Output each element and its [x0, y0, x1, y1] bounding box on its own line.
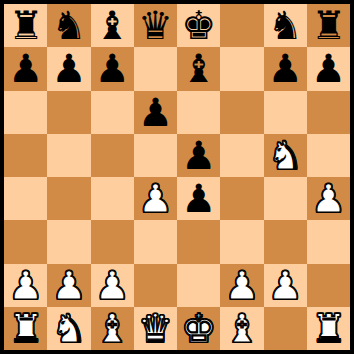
piece-black-bishop: ♝ [95, 4, 130, 47]
square-d4[interactable]: ♟ [134, 177, 177, 220]
piece-white-rook: ♜ [311, 307, 346, 350]
square-e4[interactable]: ♟ [177, 177, 220, 220]
piece-white-pawn: ♟ [138, 177, 173, 220]
square-h6[interactable] [307, 91, 350, 134]
square-e6[interactable] [177, 91, 220, 134]
square-a3[interactable] [4, 220, 47, 263]
square-b6[interactable] [47, 91, 90, 134]
square-c6[interactable] [91, 91, 134, 134]
square-g2[interactable]: ♟ [264, 264, 307, 307]
square-f7[interactable] [220, 47, 263, 90]
piece-white-pawn: ♟ [311, 177, 346, 220]
square-c4[interactable] [91, 177, 134, 220]
square-f4[interactable] [220, 177, 263, 220]
piece-black-pawn: ♟ [51, 47, 86, 90]
square-d5[interactable] [134, 134, 177, 177]
piece-black-pawn: ♟ [181, 134, 216, 177]
square-f5[interactable] [220, 134, 263, 177]
square-c3[interactable] [91, 220, 134, 263]
square-g8[interactable]: ♞ [264, 4, 307, 47]
piece-black-bishop: ♝ [181, 47, 216, 90]
square-g1[interactable] [264, 307, 307, 350]
piece-black-pawn: ♟ [95, 47, 130, 90]
piece-white-pawn: ♟ [268, 264, 303, 307]
square-e5[interactable]: ♟ [177, 134, 220, 177]
square-f2[interactable]: ♟ [220, 264, 263, 307]
square-b3[interactable] [47, 220, 90, 263]
piece-white-pawn: ♟ [95, 264, 130, 307]
square-b1[interactable]: ♞ [47, 307, 90, 350]
square-a1[interactable]: ♜ [4, 307, 47, 350]
square-b8[interactable]: ♞ [47, 4, 90, 47]
square-c5[interactable] [91, 134, 134, 177]
square-a7[interactable]: ♟ [4, 47, 47, 90]
square-f3[interactable] [220, 220, 263, 263]
piece-white-bishop: ♝ [224, 307, 259, 350]
piece-white-pawn: ♟ [224, 264, 259, 307]
square-h8[interactable]: ♜ [307, 4, 350, 47]
square-h3[interactable] [307, 220, 350, 263]
square-g3[interactable] [264, 220, 307, 263]
square-c2[interactable]: ♟ [91, 264, 134, 307]
chess-board: ♜♞♝♛♚♞♜♟♟♟♝♟♟♟♟♞♟♟♟♟♟♟♟♟♜♞♝♛♚♝♜ [4, 4, 350, 350]
piece-black-knight: ♞ [268, 4, 303, 47]
square-d8[interactable]: ♛ [134, 4, 177, 47]
square-e2[interactable] [177, 264, 220, 307]
square-g6[interactable] [264, 91, 307, 134]
square-e1[interactable]: ♚ [177, 307, 220, 350]
square-h1[interactable]: ♜ [307, 307, 350, 350]
square-d2[interactable] [134, 264, 177, 307]
piece-black-pawn: ♟ [181, 177, 216, 220]
piece-black-knight: ♞ [51, 4, 86, 47]
square-c7[interactable]: ♟ [91, 47, 134, 90]
square-c8[interactable]: ♝ [91, 4, 134, 47]
square-f8[interactable] [220, 4, 263, 47]
square-b7[interactable]: ♟ [47, 47, 90, 90]
square-b5[interactable] [47, 134, 90, 177]
piece-white-rook: ♜ [8, 307, 43, 350]
square-h2[interactable] [307, 264, 350, 307]
square-a5[interactable] [4, 134, 47, 177]
square-g4[interactable] [264, 177, 307, 220]
square-d6[interactable]: ♟ [134, 91, 177, 134]
square-h4[interactable]: ♟ [307, 177, 350, 220]
piece-black-pawn: ♟ [311, 47, 346, 90]
piece-black-king: ♚ [181, 4, 216, 47]
square-f6[interactable] [220, 91, 263, 134]
piece-white-queen: ♛ [138, 307, 173, 350]
square-g5[interactable]: ♞ [264, 134, 307, 177]
piece-white-knight: ♞ [51, 307, 86, 350]
square-e7[interactable]: ♝ [177, 47, 220, 90]
square-h5[interactable] [307, 134, 350, 177]
square-d1[interactable]: ♛ [134, 307, 177, 350]
square-a2[interactable]: ♟ [4, 264, 47, 307]
piece-white-bishop: ♝ [95, 307, 130, 350]
piece-black-pawn: ♟ [8, 47, 43, 90]
piece-white-knight: ♞ [268, 134, 303, 177]
piece-black-pawn: ♟ [138, 91, 173, 134]
square-g7[interactable]: ♟ [264, 47, 307, 90]
square-d7[interactable] [134, 47, 177, 90]
square-b2[interactable]: ♟ [47, 264, 90, 307]
piece-white-pawn: ♟ [51, 264, 86, 307]
square-c1[interactable]: ♝ [91, 307, 134, 350]
square-b4[interactable] [47, 177, 90, 220]
square-e8[interactable]: ♚ [177, 4, 220, 47]
square-d3[interactable] [134, 220, 177, 263]
square-a6[interactable] [4, 91, 47, 134]
piece-white-pawn: ♟ [8, 264, 43, 307]
piece-black-pawn: ♟ [268, 47, 303, 90]
square-a4[interactable] [4, 177, 47, 220]
piece-black-rook: ♜ [8, 4, 43, 47]
square-e3[interactable] [177, 220, 220, 263]
piece-black-queen: ♛ [138, 4, 173, 47]
board-frame: ♜♞♝♛♚♞♜♟♟♟♝♟♟♟♟♞♟♟♟♟♟♟♟♟♜♞♝♛♚♝♜ [0, 0, 354, 354]
piece-black-rook: ♜ [311, 4, 346, 47]
square-a8[interactable]: ♜ [4, 4, 47, 47]
square-f1[interactable]: ♝ [220, 307, 263, 350]
square-h7[interactable]: ♟ [307, 47, 350, 90]
piece-white-king: ♚ [181, 307, 216, 350]
